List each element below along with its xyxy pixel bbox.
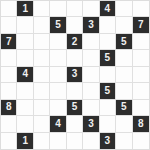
empty-cell-r4c6[interactable]: [83, 50, 99, 66]
empty-cell-r5c6[interactable]: [83, 67, 99, 83]
empty-cell-r2c3[interactable]: [34, 17, 50, 33]
clue-cell-r1c2: 1: [17, 1, 33, 17]
empty-cell-r6c3[interactable]: [34, 83, 50, 99]
empty-cell-r4c2[interactable]: [17, 50, 33, 66]
empty-cell-r9c5[interactable]: [67, 133, 83, 149]
empty-cell-r9c1[interactable]: [1, 133, 17, 149]
clue-cell-r5c5: 3: [67, 67, 83, 83]
clue-cell-r7c8: 5: [116, 100, 132, 116]
empty-cell-r4c3[interactable]: [34, 50, 50, 66]
empty-cell-r3c4[interactable]: [50, 34, 66, 50]
clue-cell-r9c7: 3: [100, 133, 116, 149]
empty-cell-r9c9[interactable]: [133, 133, 149, 149]
clue-cell-r7c1: 8: [1, 100, 17, 116]
empty-cell-r1c4[interactable]: [50, 1, 66, 17]
empty-cell-r6c1[interactable]: [1, 83, 17, 99]
empty-cell-r1c5[interactable]: [67, 1, 83, 17]
empty-cell-r1c3[interactable]: [34, 1, 50, 17]
empty-cell-r8c8[interactable]: [116, 116, 132, 132]
clue-cell-r3c1: 7: [1, 34, 17, 50]
empty-cell-r4c8[interactable]: [116, 50, 132, 66]
empty-cell-r3c2[interactable]: [17, 34, 33, 50]
clue-cell-r8c9: 8: [133, 116, 149, 132]
clue-cell-r3c8: 5: [116, 34, 132, 50]
empty-cell-r6c5[interactable]: [67, 83, 83, 99]
empty-cell-r8c3[interactable]: [34, 116, 50, 132]
clue-cell-r2c6: 3: [83, 17, 99, 33]
empty-cell-r2c5[interactable]: [67, 17, 83, 33]
empty-cell-r2c2[interactable]: [17, 17, 33, 33]
empty-cell-r7c6[interactable]: [83, 100, 99, 116]
empty-cell-r8c5[interactable]: [67, 116, 83, 132]
empty-cell-r5c7[interactable]: [100, 67, 116, 83]
empty-cell-r6c8[interactable]: [116, 83, 132, 99]
empty-cell-r7c2[interactable]: [17, 100, 33, 116]
empty-cell-r8c2[interactable]: [17, 116, 33, 132]
empty-cell-r6c9[interactable]: [133, 83, 149, 99]
empty-cell-r7c4[interactable]: [50, 100, 66, 116]
empty-cell-r5c3[interactable]: [34, 67, 50, 83]
clue-cell-r2c9: 7: [133, 17, 149, 33]
empty-cell-r6c4[interactable]: [50, 83, 66, 99]
empty-cell-r2c7[interactable]: [100, 17, 116, 33]
clue-cell-r4c7: 5: [100, 50, 116, 66]
empty-cell-r4c1[interactable]: [1, 50, 17, 66]
empty-cell-r5c4[interactable]: [50, 67, 66, 83]
empty-cell-r4c4[interactable]: [50, 50, 66, 66]
empty-cell-r8c1[interactable]: [1, 116, 17, 132]
empty-cell-r1c6[interactable]: [83, 1, 99, 17]
clue-cell-r6c7: 5: [100, 83, 116, 99]
clue-cell-r2c4: 5: [50, 17, 66, 33]
clue-cell-r8c6: 3: [83, 116, 99, 132]
empty-cell-r8c7[interactable]: [100, 116, 116, 132]
empty-cell-r7c3[interactable]: [34, 100, 50, 116]
empty-cell-r1c9[interactable]: [133, 1, 149, 17]
clue-cell-r7c5: 5: [67, 100, 83, 116]
empty-cell-r6c2[interactable]: [17, 83, 33, 99]
empty-cell-r4c9[interactable]: [133, 50, 149, 66]
empty-cell-r1c1[interactable]: [1, 1, 17, 17]
clue-cell-r9c2: 1: [17, 133, 33, 149]
empty-cell-r2c1[interactable]: [1, 17, 17, 33]
empty-cell-r5c9[interactable]: [133, 67, 149, 83]
empty-cell-r7c9[interactable]: [133, 100, 149, 116]
empty-cell-r7c7[interactable]: [100, 100, 116, 116]
empty-cell-r5c8[interactable]: [116, 67, 132, 83]
empty-cell-r2c8[interactable]: [116, 17, 132, 33]
empty-cell-r6c6[interactable]: [83, 83, 99, 99]
clue-cell-r8c4: 4: [50, 116, 66, 132]
empty-cell-r9c3[interactable]: [34, 133, 50, 149]
clue-cell-r5c2: 4: [17, 67, 33, 83]
empty-cell-r9c6[interactable]: [83, 133, 99, 149]
empty-cell-r3c7[interactable]: [100, 34, 116, 50]
empty-cell-r1c8[interactable]: [116, 1, 132, 17]
empty-cell-r5c1[interactable]: [1, 67, 17, 83]
empty-cell-r3c3[interactable]: [34, 34, 50, 50]
empty-cell-r4c5[interactable]: [67, 50, 83, 66]
empty-cell-r3c6[interactable]: [83, 34, 99, 50]
empty-cell-r3c9[interactable]: [133, 34, 149, 50]
puzzle-board: 14537725543585543813: [0, 0, 150, 150]
empty-cell-r9c8[interactable]: [116, 133, 132, 149]
clue-cell-r1c7: 4: [100, 1, 116, 17]
empty-cell-r9c4[interactable]: [50, 133, 66, 149]
clue-cell-r3c5: 2: [67, 34, 83, 50]
